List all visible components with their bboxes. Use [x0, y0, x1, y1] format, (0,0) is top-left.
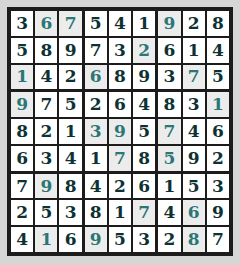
cell-r9c9[interactable]: 7 — [207, 227, 229, 252]
cell-r2c5[interactable]: 3 — [109, 38, 131, 63]
cell-r1c5[interactable]: 4 — [109, 11, 131, 36]
cell-r4c3[interactable]: 5 — [59, 92, 81, 117]
cell-r3c1[interactable]: 1 — [11, 65, 33, 90]
cell-r2c3[interactable]: 9 — [59, 38, 81, 63]
cell-r3c7[interactable]: 3 — [158, 65, 180, 90]
cell-r9c2[interactable]: 1 — [35, 227, 57, 252]
box-2: 541732689 — [85, 11, 156, 89]
sudoku-board: 3675891425417326899286143759758216342643… — [7, 7, 233, 256]
cell-r6c5[interactable]: 7 — [109, 146, 131, 171]
cell-r8c3[interactable]: 3 — [59, 200, 81, 225]
box-4: 975821634 — [11, 92, 82, 170]
cell-r4c5[interactable]: 6 — [109, 92, 131, 117]
cell-r5c7[interactable]: 7 — [158, 119, 180, 144]
cell-r9c1[interactable]: 4 — [11, 227, 33, 252]
cell-r1c7[interactable]: 9 — [158, 11, 180, 36]
cell-r3c5[interactable]: 8 — [109, 65, 131, 90]
cell-r7c6[interactable]: 6 — [133, 174, 155, 199]
cell-r6c8[interactable]: 9 — [183, 146, 205, 171]
cell-r7c9[interactable]: 3 — [207, 174, 229, 199]
cell-r2c2[interactable]: 8 — [35, 38, 57, 63]
box-5: 264395178 — [85, 92, 156, 170]
cell-r4c2[interactable]: 7 — [35, 92, 57, 117]
cell-r2c1[interactable]: 5 — [11, 38, 33, 63]
cell-r6c1[interactable]: 6 — [11, 146, 33, 171]
cell-r5c4[interactable]: 3 — [85, 119, 107, 144]
cell-r4c9[interactable]: 1 — [207, 92, 229, 117]
cell-r9c7[interactable]: 2 — [158, 227, 180, 252]
cell-r7c4[interactable]: 4 — [85, 174, 107, 199]
cell-r3c4[interactable]: 6 — [85, 65, 107, 90]
cell-r7c7[interactable]: 1 — [158, 174, 180, 199]
box-7: 798253416 — [11, 174, 82, 252]
cell-r8c8[interactable]: 6 — [183, 200, 205, 225]
cell-r5c2[interactable]: 2 — [35, 119, 57, 144]
cell-r2c4[interactable]: 7 — [85, 38, 107, 63]
cell-r5c9[interactable]: 6 — [207, 119, 229, 144]
box-8: 426817953 — [85, 174, 156, 252]
cell-r7c8[interactable]: 5 — [183, 174, 205, 199]
cell-r8c2[interactable]: 5 — [35, 200, 57, 225]
cell-r1c8[interactable]: 2 — [183, 11, 205, 36]
box-9: 153469287 — [158, 174, 229, 252]
cell-r8c1[interactable]: 2 — [11, 200, 33, 225]
cell-r6c9[interactable]: 2 — [207, 146, 229, 171]
cell-r5c8[interactable]: 4 — [183, 119, 205, 144]
cell-r4c1[interactable]: 9 — [11, 92, 33, 117]
cell-r9c8[interactable]: 8 — [183, 227, 205, 252]
cell-r2c6[interactable]: 2 — [133, 38, 155, 63]
cell-r9c3[interactable]: 6 — [59, 227, 81, 252]
cell-r1c1[interactable]: 3 — [11, 11, 33, 36]
cell-r4c7[interactable]: 8 — [158, 92, 180, 117]
cell-r5c1[interactable]: 8 — [11, 119, 33, 144]
cell-r3c9[interactable]: 5 — [207, 65, 229, 90]
cell-r5c6[interactable]: 5 — [133, 119, 155, 144]
cell-r8c9[interactable]: 9 — [207, 200, 229, 225]
cell-r8c6[interactable]: 7 — [133, 200, 155, 225]
cell-r4c4[interactable]: 2 — [85, 92, 107, 117]
cell-r7c5[interactable]: 2 — [109, 174, 131, 199]
cell-r4c6[interactable]: 4 — [133, 92, 155, 117]
cell-r8c4[interactable]: 8 — [85, 200, 107, 225]
cell-r6c2[interactable]: 3 — [35, 146, 57, 171]
cell-r9c6[interactable]: 3 — [133, 227, 155, 252]
cell-r8c5[interactable]: 1 — [109, 200, 131, 225]
cell-r7c2[interactable]: 9 — [35, 174, 57, 199]
box-6: 831746592 — [158, 92, 229, 170]
cell-r2c8[interactable]: 1 — [183, 38, 205, 63]
cell-r1c6[interactable]: 1 — [133, 11, 155, 36]
cell-r9c5[interactable]: 5 — [109, 227, 131, 252]
cell-r7c3[interactable]: 8 — [59, 174, 81, 199]
cell-r3c6[interactable]: 9 — [133, 65, 155, 90]
cell-r2c9[interactable]: 4 — [207, 38, 229, 63]
cell-r6c6[interactable]: 8 — [133, 146, 155, 171]
cell-r1c4[interactable]: 5 — [85, 11, 107, 36]
cell-r1c9[interactable]: 8 — [207, 11, 229, 36]
cell-r3c3[interactable]: 2 — [59, 65, 81, 90]
cell-r8c7[interactable]: 4 — [158, 200, 180, 225]
cell-r6c4[interactable]: 1 — [85, 146, 107, 171]
cell-r7c1[interactable]: 7 — [11, 174, 33, 199]
cell-r1c3[interactable]: 7 — [59, 11, 81, 36]
cell-r6c7[interactable]: 5 — [158, 146, 180, 171]
sudoku-page: 3675891425417326899286143759758216342643… — [0, 0, 240, 265]
cell-r6c3[interactable]: 4 — [59, 146, 81, 171]
cell-r9c4[interactable]: 9 — [85, 227, 107, 252]
cell-r2c7[interactable]: 6 — [158, 38, 180, 63]
box-1: 367589142 — [11, 11, 82, 89]
box-3: 928614375 — [158, 11, 229, 89]
cell-r1c2[interactable]: 6 — [35, 11, 57, 36]
cell-r3c8[interactable]: 7 — [183, 65, 205, 90]
cell-r4c8[interactable]: 3 — [183, 92, 205, 117]
cell-r5c3[interactable]: 1 — [59, 119, 81, 144]
cell-r5c5[interactable]: 9 — [109, 119, 131, 144]
cell-r3c2[interactable]: 4 — [35, 65, 57, 90]
